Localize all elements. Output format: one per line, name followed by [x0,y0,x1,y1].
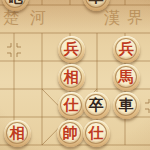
piece-glyph: 砲 [8,0,23,5]
piece-red-e8[interactable]: 仕 [58,92,85,119]
piece-glyph: 仕 [89,126,104,141]
piece-face: 兵 [115,38,137,60]
piece-black-f8[interactable]: 卒 [83,92,110,119]
piece-glyph: 相 [64,70,79,85]
piece-glyph: 兵 [64,42,79,57]
piece-black-g8[interactable]: 車 [113,92,140,119]
piece-glyph: 馬 [119,70,134,85]
piece-red-c9[interactable]: 相 [4,120,31,147]
piece-glyph: 仕 [64,98,79,113]
piece-face: 仕 [85,122,107,144]
piece-glyph: 卒 [89,98,104,113]
piece-face: 仕 [60,94,82,116]
piece-face: 車 [115,94,137,116]
piece-face: 相 [60,66,82,88]
piece-glyph: 相 [10,126,25,141]
piece-red-e6[interactable]: 兵 [58,36,85,63]
piece-red-f9[interactable]: 仕 [83,120,110,147]
piece-face: 相 [6,122,28,144]
piece-face: 帥 [59,122,81,144]
piece-face: 兵 [60,38,82,60]
piece-red-g6[interactable]: 兵 [113,36,140,63]
xiangqi-board[interactable]: 楚河 漢界 砲車兵兵相馬仕卒車相帥仕 [0,0,150,150]
piece-red-e7[interactable]: 相 [58,64,85,91]
piece-glyph: 帥 [63,126,78,141]
piece-face: 砲 [4,0,26,8]
piece-glyph: 車 [89,0,104,5]
piece-red-e9[interactable]: 帥 [57,120,84,147]
piece-face: 車 [85,0,107,8]
piece-glyph: 兵 [119,42,134,57]
piece-face: 卒 [85,94,107,116]
pieces-layer: 砲車兵兵相馬仕卒車相帥仕 [0,0,150,150]
piece-glyph: 車 [119,98,134,113]
piece-black-c4[interactable]: 砲 [2,0,29,11]
piece-black-f4[interactable]: 車 [83,0,110,11]
piece-red-g7[interactable]: 馬 [113,64,140,91]
piece-face: 馬 [115,66,137,88]
